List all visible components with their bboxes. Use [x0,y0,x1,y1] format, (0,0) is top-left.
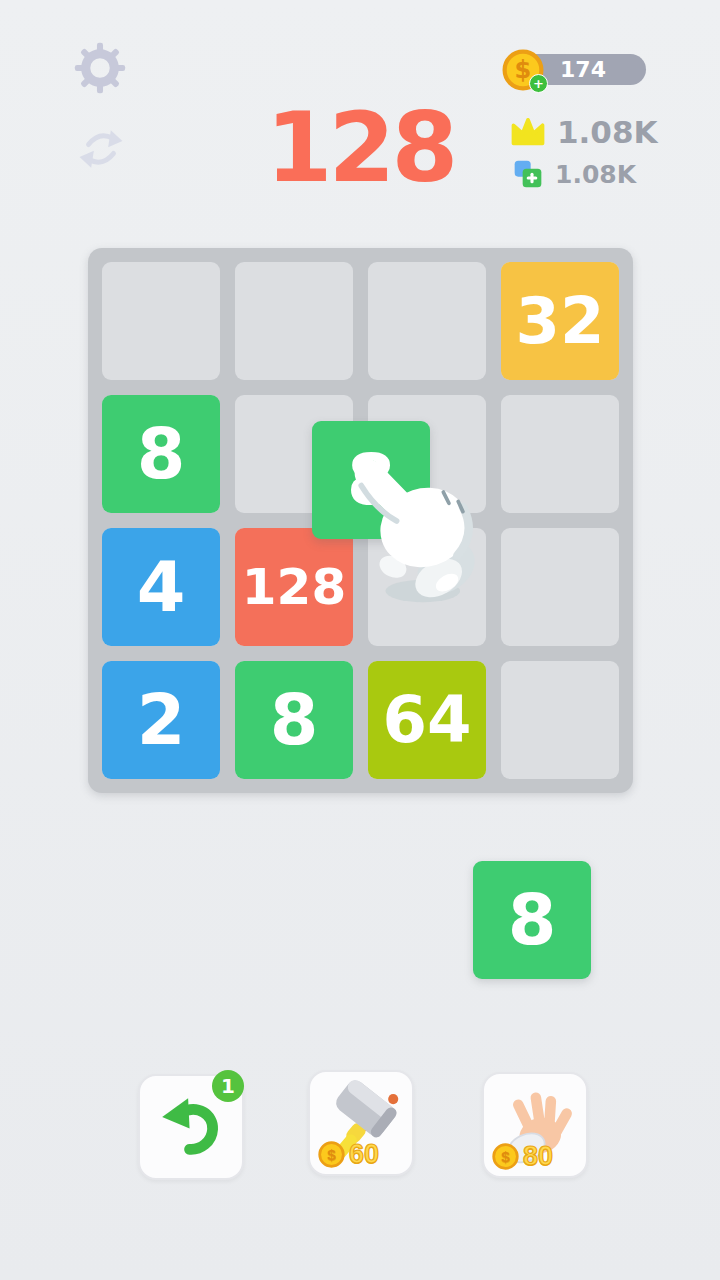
cell-r4c1[interactable]: 2 [102,661,220,779]
tile-4-r3c1[interactable]: 4 [102,528,220,646]
tiles-plus-icon [512,158,544,190]
dragged-tile[interactable]: 8 [312,421,430,539]
hand-cost: 80 [492,1141,553,1172]
next-tile[interactable]: 8 [473,861,591,979]
cell-r4c3[interactable]: 64 [368,661,486,779]
coin-plus-icon: + [529,74,548,93]
hand-tool-button[interactable]: 80 [482,1072,588,1178]
cell-r1c1[interactable] [102,262,220,380]
cell-r3c1[interactable]: 4 [102,528,220,646]
coin-amount: 174 [560,57,606,82]
coin-counter-button[interactable]: 174 + [502,49,648,93]
tile-record-value: 1.08K [555,160,636,189]
cell-r2c4[interactable] [501,395,619,513]
tile-32-r1c4[interactable]: 32 [501,262,619,380]
cell-r3c3[interactable] [368,528,486,646]
gear-icon [74,42,126,94]
cell-r3c4[interactable] [501,528,619,646]
undo-arrow-icon [155,1088,227,1160]
undo-count-badge: 1 [212,1070,244,1102]
dollar-coin-icon [318,1141,345,1168]
best-score-value: 1.08K [557,114,658,150]
tile-128-r3c2[interactable]: 128 [235,528,353,646]
crown-icon [508,116,548,149]
cell-r3c2[interactable]: 128 [235,528,353,646]
cell-r1c4[interactable]: 32 [501,262,619,380]
hammer-button[interactable]: 60 [308,1070,414,1176]
cell-r2c1[interactable]: 8 [102,395,220,513]
settings-button[interactable] [74,42,126,94]
hand-cost-value: 80 [523,1141,553,1172]
tile-2-r4c1[interactable]: 2 [102,661,220,779]
tile-8-r4c2[interactable]: 8 [235,661,353,779]
dollar-coin-icon [492,1143,519,1170]
cell-r1c3[interactable] [368,262,486,380]
tile-64-r4c3[interactable]: 64 [368,661,486,779]
cell-r4c4[interactable] [501,661,619,779]
hammer-cost: 60 [318,1139,379,1170]
hammer-cost-value: 60 [349,1139,379,1170]
tile-8-r2c1[interactable]: 8 [102,395,220,513]
tile-record-stat: 1.08K [512,158,636,190]
cell-r4c2[interactable]: 8 [235,661,353,779]
cell-r1c2[interactable] [235,262,353,380]
best-score-stat: 1.08K [508,114,658,150]
game-screen: $ 128 [0,0,720,1280]
